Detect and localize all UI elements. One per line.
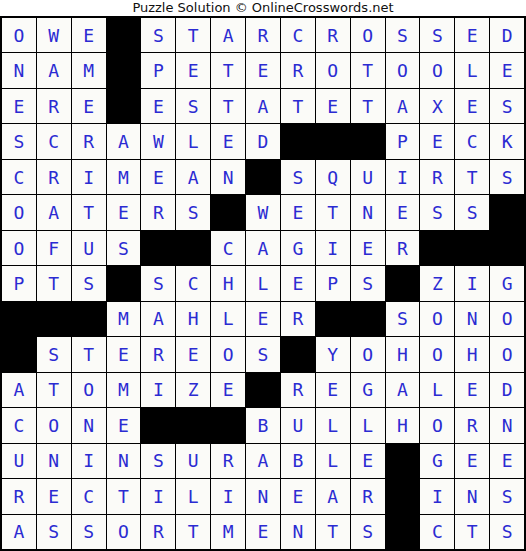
cell-r12c3: N (72, 408, 106, 442)
black-cell-r3c4 (107, 89, 141, 123)
cell-r5c14: T (455, 160, 489, 194)
cell-r6c4: E (107, 195, 141, 229)
cell-r2c10: O (316, 53, 350, 87)
cell-r11c4: M (107, 373, 141, 407)
black-cell-r9c3 (72, 302, 106, 336)
cell-r7c9: G (281, 231, 315, 265)
cell-r7c7: C (211, 231, 245, 265)
cell-r1c13: S (420, 18, 454, 52)
black-cell-r10c1 (2, 337, 36, 371)
cell-r13c7: R (211, 444, 245, 478)
cell-r6c5: R (141, 195, 175, 229)
black-cell-r10c9 (281, 337, 315, 371)
cell-r4c6: L (176, 124, 210, 158)
black-cell-r12c6 (176, 408, 210, 442)
cell-r10c7: O (211, 337, 245, 371)
cell-r2c5: P (141, 53, 175, 87)
cell-r1c12: S (386, 18, 420, 52)
cell-r2c9: R (281, 53, 315, 87)
cell-r2c15: E (490, 53, 524, 87)
cell-r8c10: P (316, 266, 350, 300)
cell-r5c3: I (72, 160, 106, 194)
cell-r14c13: I (420, 479, 454, 513)
cell-r2c8: E (246, 53, 280, 87)
cell-r9c15: O (490, 302, 524, 336)
cell-r6c3: T (72, 195, 106, 229)
cell-r13c8: A (246, 444, 280, 478)
black-cell-r4c11 (351, 124, 385, 158)
cell-r7c3: U (72, 231, 106, 265)
cell-r10c5: R (141, 337, 175, 371)
cell-r11c3: O (72, 373, 106, 407)
cell-r6c12: E (386, 195, 420, 229)
cell-r3c11: T (351, 89, 385, 123)
cell-r8c8: L (246, 266, 280, 300)
cell-r11c12: A (386, 373, 420, 407)
cell-r3c10: E (316, 89, 350, 123)
cell-r4c13: E (420, 124, 454, 158)
cell-r5c5: E (141, 160, 175, 194)
cell-r8c3: S (72, 266, 106, 300)
cell-r8c15: G (490, 266, 524, 300)
black-cell-r7c13 (420, 231, 454, 265)
cell-r3c6: S (176, 89, 210, 123)
cell-r14c7: I (211, 479, 245, 513)
cell-r12c1: C (2, 408, 36, 442)
cell-r12c2: O (37, 408, 71, 442)
cell-r14c15: S (490, 479, 524, 513)
cell-r14c3: C (72, 479, 106, 513)
cell-r9c5: A (141, 302, 175, 336)
cell-r5c1: C (2, 160, 36, 194)
cell-r12c14: R (455, 408, 489, 442)
black-cell-r12c5 (141, 408, 175, 442)
cell-r11c10: E (316, 373, 350, 407)
cell-r10c12: H (386, 337, 420, 371)
cell-r15c1: A (2, 515, 36, 549)
cell-r2c2: A (37, 53, 71, 87)
cell-r12c9: U (281, 408, 315, 442)
cell-r1c7: A (211, 18, 245, 52)
cell-r4c7: E (211, 124, 245, 158)
cell-r7c12: R (386, 231, 420, 265)
cell-r8c1: P (2, 266, 36, 300)
cell-r13c4: N (107, 444, 141, 478)
cell-r4c15: K (490, 124, 524, 158)
cell-r1c14: E (455, 18, 489, 52)
cell-r13c14: E (455, 444, 489, 478)
black-cell-r2c4 (107, 53, 141, 87)
cell-r8c5: S (141, 266, 175, 300)
cell-r6c2: A (37, 195, 71, 229)
cell-r14c9: E (281, 479, 315, 513)
cell-r7c1: O (2, 231, 36, 265)
cell-r3c1: E (2, 89, 36, 123)
cell-r8c2: T (37, 266, 71, 300)
black-cell-r7c5 (141, 231, 175, 265)
cell-r8c11: S (351, 266, 385, 300)
black-cell-r6c15 (490, 195, 524, 229)
cell-r7c8: A (246, 231, 280, 265)
cell-r3c8: A (246, 89, 280, 123)
cell-r6c14: S (455, 195, 489, 229)
cell-r12c12: H (386, 408, 420, 442)
cell-r4c8: D (246, 124, 280, 158)
black-cell-r8c4 (107, 266, 141, 300)
cell-r6c13: S (420, 195, 454, 229)
cell-r15c14: T (455, 515, 489, 549)
cell-r12c13: O (420, 408, 454, 442)
black-cell-r9c1 (2, 302, 36, 336)
cell-r13c10: L (316, 444, 350, 478)
cell-r4c12: P (386, 124, 420, 158)
cell-r4c3: R (72, 124, 106, 158)
cell-r14c6: L (176, 479, 210, 513)
cell-r15c6: T (176, 515, 210, 549)
cell-r15c8: E (246, 515, 280, 549)
cell-r6c1: O (2, 195, 36, 229)
black-cell-r7c15 (490, 231, 524, 265)
cell-r13c2: N (37, 444, 71, 478)
cell-r14c5: I (141, 479, 175, 513)
cell-r8c6: C (176, 266, 210, 300)
cell-r8c14: I (455, 266, 489, 300)
cell-r8c9: E (281, 266, 315, 300)
cell-r15c4: O (107, 515, 141, 549)
cell-r10c11: O (351, 337, 385, 371)
cell-r1c15: D (490, 18, 524, 52)
cell-r14c10: A (316, 479, 350, 513)
cell-r7c10: I (316, 231, 350, 265)
cell-r10c8: S (246, 337, 280, 371)
cell-r13c5: S (141, 444, 175, 478)
cell-r14c2: E (37, 479, 71, 513)
black-cell-r9c2 (37, 302, 71, 336)
cell-r5c6: A (176, 160, 210, 194)
cell-r2c11: T (351, 53, 385, 87)
cell-r6c11: N (351, 195, 385, 229)
cell-r15c13: C (420, 515, 454, 549)
cell-r1c2: W (37, 18, 71, 52)
cell-r13c1: U (2, 444, 36, 478)
black-cell-r4c10 (316, 124, 350, 158)
cell-r11c7: E (211, 373, 245, 407)
cell-r9c6: H (176, 302, 210, 336)
black-cell-r12c7 (211, 408, 245, 442)
crossword-solution-page: Puzzle Solution © OnlineCrosswords.net O… (0, 0, 526, 551)
cell-r4c4: A (107, 124, 141, 158)
cell-r14c11: R (351, 479, 385, 513)
cell-r6c9: E (281, 195, 315, 229)
cell-r5c4: M (107, 160, 141, 194)
cell-r13c13: G (420, 444, 454, 478)
cell-r1c5: S (141, 18, 175, 52)
cell-r9c4: M (107, 302, 141, 336)
cell-r5c13: R (420, 160, 454, 194)
cell-r9c7: L (211, 302, 245, 336)
cell-r5c7: N (211, 160, 245, 194)
cell-r13c11: E (351, 444, 385, 478)
cell-r14c8: N (246, 479, 280, 513)
cell-r15c15: S (490, 515, 524, 549)
black-cell-r15c12 (386, 515, 420, 549)
cell-r12c8: B (246, 408, 280, 442)
cell-r3c14: E (455, 89, 489, 123)
cell-r9c12: S (386, 302, 420, 336)
cell-r2c1: N (2, 53, 36, 87)
cell-r10c13: O (420, 337, 454, 371)
cell-r15c5: R (141, 515, 175, 549)
black-cell-r7c14 (455, 231, 489, 265)
cell-r3c13: X (420, 89, 454, 123)
cell-r1c1: O (2, 18, 36, 52)
cell-r6c10: T (316, 195, 350, 229)
cell-r2c13: O (420, 53, 454, 87)
cell-r13c15: E (490, 444, 524, 478)
cell-r11c6: Z (176, 373, 210, 407)
cell-r13c9: B (281, 444, 315, 478)
cell-r7c2: F (37, 231, 71, 265)
cell-r2c7: T (211, 53, 245, 87)
cell-r10c14: H (455, 337, 489, 371)
crossword-grid: OWESTARCROSSEDNAMPETEROTOOLEEREESTATETAX… (0, 16, 526, 551)
black-cell-r5c8 (246, 160, 280, 194)
cell-r13c3: I (72, 444, 106, 478)
cell-r3c7: T (211, 89, 245, 123)
cell-r11c1: A (2, 373, 36, 407)
cell-r1c6: T (176, 18, 210, 52)
cell-r14c4: T (107, 479, 141, 513)
cell-r2c6: E (176, 53, 210, 87)
cell-r11c11: G (351, 373, 385, 407)
black-cell-r14c12 (386, 479, 420, 513)
cell-r7c4: S (107, 231, 141, 265)
cell-r5c10: Q (316, 160, 350, 194)
cell-r1c10: R (316, 18, 350, 52)
cell-r3c3: E (72, 89, 106, 123)
black-cell-r9c10 (316, 302, 350, 336)
cell-r15c10: T (316, 515, 350, 549)
cell-r9c14: N (455, 302, 489, 336)
cell-r10c2: S (37, 337, 71, 371)
cell-r5c15: S (490, 160, 524, 194)
cell-r1c3: E (72, 18, 106, 52)
cell-r15c7: M (211, 515, 245, 549)
cell-r10c10: Y (316, 337, 350, 371)
cell-r4c1: S (2, 124, 36, 158)
black-cell-r4c9 (281, 124, 315, 158)
cell-r11c9: R (281, 373, 315, 407)
cell-r6c8: W (246, 195, 280, 229)
black-cell-r11c8 (246, 373, 280, 407)
cell-r4c14: C (455, 124, 489, 158)
cell-r15c9: N (281, 515, 315, 549)
cell-r12c15: N (490, 408, 524, 442)
cell-r4c2: C (37, 124, 71, 158)
cell-r11c13: L (420, 373, 454, 407)
cell-r11c2: T (37, 373, 71, 407)
black-cell-r13c12 (386, 444, 420, 478)
cell-r12c10: L (316, 408, 350, 442)
cell-r8c13: Z (420, 266, 454, 300)
cell-r3c12: A (386, 89, 420, 123)
cell-r1c11: O (351, 18, 385, 52)
cell-r9c13: O (420, 302, 454, 336)
cell-r3c9: T (281, 89, 315, 123)
cell-r14c14: N (455, 479, 489, 513)
cell-r6c6: S (176, 195, 210, 229)
black-cell-r9c11 (351, 302, 385, 336)
black-cell-r6c7 (211, 195, 245, 229)
cell-r2c3: M (72, 53, 106, 87)
cell-r4c5: W (141, 124, 175, 158)
cell-r15c2: S (37, 515, 71, 549)
page-title: Puzzle Solution © OnlineCrosswords.net (0, 0, 526, 16)
cell-r10c15: O (490, 337, 524, 371)
cell-r5c2: R (37, 160, 71, 194)
cell-r8c7: H (211, 266, 245, 300)
cell-r12c4: E (107, 408, 141, 442)
cell-r9c9: R (281, 302, 315, 336)
cell-r12c11: L (351, 408, 385, 442)
cell-r3c5: E (141, 89, 175, 123)
cell-r10c4: E (107, 337, 141, 371)
black-cell-r7c6 (176, 231, 210, 265)
cell-r5c9: S (281, 160, 315, 194)
cell-r2c14: L (455, 53, 489, 87)
cell-r1c9: C (281, 18, 315, 52)
black-cell-r8c12 (386, 266, 420, 300)
cell-r5c11: U (351, 160, 385, 194)
cell-r13c6: U (176, 444, 210, 478)
cell-r11c14: E (455, 373, 489, 407)
cell-r2c12: O (386, 53, 420, 87)
cell-r7c11: E (351, 231, 385, 265)
black-cell-r1c4 (107, 18, 141, 52)
cell-r14c1: R (2, 479, 36, 513)
cell-r3c15: S (490, 89, 524, 123)
cell-r3c2: R (37, 89, 71, 123)
cell-r10c6: E (176, 337, 210, 371)
cell-r5c12: I (386, 160, 420, 194)
cell-r10c3: T (72, 337, 106, 371)
cell-r15c3: S (72, 515, 106, 549)
cell-r1c8: R (246, 18, 280, 52)
cell-r11c5: I (141, 373, 175, 407)
cell-r15c11: S (351, 515, 385, 549)
cell-r11c15: D (490, 373, 524, 407)
cell-r9c8: E (246, 302, 280, 336)
